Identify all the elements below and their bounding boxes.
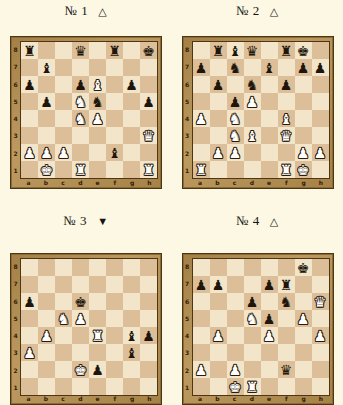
square-c5 <box>227 310 244 327</box>
white-pawn: ♟ <box>91 112 104 126</box>
black-pawn: ♟ <box>23 78 36 92</box>
square-d1 <box>244 161 261 178</box>
square-h7: ♟ <box>312 59 329 76</box>
square-b8: ♜ <box>210 42 227 59</box>
square-g5: ♟ <box>295 310 312 327</box>
black-knight: ♞ <box>280 295 293 309</box>
square-c8 <box>227 259 244 276</box>
black-pawn: ♟ <box>229 95 242 109</box>
black-knight: ♞ <box>229 61 242 75</box>
square-b4 <box>38 110 55 127</box>
square-h5 <box>140 310 157 327</box>
square-e7: ♟ <box>261 276 278 293</box>
square-h2 <box>140 144 157 161</box>
white-pawn: ♟ <box>57 146 70 160</box>
square-f2: ♛ <box>278 361 295 378</box>
square-a1 <box>193 378 210 395</box>
square-b3 <box>210 127 227 144</box>
square-b2: ♟ <box>210 144 227 161</box>
file-label-d: d <box>243 178 260 188</box>
square-d2: ♚ <box>72 361 89 378</box>
square-d6: ♟ <box>72 76 89 93</box>
square-f8: ♜ <box>106 42 123 59</box>
square-e6 <box>89 293 106 310</box>
square-b5: ♟ <box>38 93 55 110</box>
square-a6: ♟ <box>21 76 38 93</box>
square-d3: ♝ <box>244 127 261 144</box>
square-g1 <box>123 161 140 178</box>
square-f7: ♜ <box>278 276 295 293</box>
square-f2 <box>278 144 295 161</box>
square-h3: ♛ <box>140 127 157 144</box>
diagram-3-label: № 3 ▼ <box>63 213 108 229</box>
black-rook: ♜ <box>280 44 293 58</box>
white-pawn: ♟ <box>229 146 242 160</box>
square-a6 <box>193 76 210 93</box>
square-c3 <box>55 127 72 144</box>
square-f1 <box>106 161 123 178</box>
rank-label-6: 6 <box>11 76 20 93</box>
square-f6 <box>106 293 123 310</box>
square-h4: ♟ <box>140 327 157 344</box>
square-a5 <box>21 93 38 110</box>
white-knight: ♞ <box>74 112 87 126</box>
square-d1 <box>72 378 89 395</box>
square-b3 <box>38 127 55 144</box>
square-c4 <box>55 110 72 127</box>
square-a1 <box>21 378 38 395</box>
white-knight: ♞ <box>229 112 242 126</box>
square-b2 <box>38 361 55 378</box>
black-bishop: ♝ <box>40 61 53 75</box>
white-pawn: ♟ <box>263 329 276 343</box>
square-g4 <box>295 327 312 344</box>
board-grid: ♜♛♜♚♝♟♟♝♟♟♞♞♟♞♟♛♟♟♟♝♚♜♜ <box>20 41 158 179</box>
square-g2 <box>123 144 140 161</box>
square-b2: ♟ <box>38 144 55 161</box>
rank-label-4: 4 <box>183 110 192 127</box>
square-f4 <box>106 110 123 127</box>
square-h4: ♟ <box>312 327 329 344</box>
square-g3 <box>295 127 312 144</box>
black-bishop: ♝ <box>125 346 138 360</box>
square-c5: ♞ <box>55 310 72 327</box>
square-f4 <box>278 327 295 344</box>
square-a7 <box>21 276 38 293</box>
chess-board-2: 87654321 abcdefgh ♜♝♛♜♚♟♞♝♟♟♟♞♟♟♟♟♞♝♞♝♛♟… <box>182 36 334 189</box>
square-e2 <box>89 144 106 161</box>
diagram-4-number: № 4 <box>236 213 260 229</box>
white-rook: ♜ <box>74 163 87 177</box>
square-c8 <box>55 42 72 59</box>
white-pawn: ♟ <box>40 146 53 160</box>
rank-label-4: 4 <box>11 327 20 344</box>
rank-label-1: 1 <box>183 379 192 396</box>
chess-board-3: 87654321 abcdefgh ♟♚♞♟♟♜♝♟♟♝♚♟ <box>10 253 162 405</box>
white-king: ♚ <box>74 363 87 377</box>
square-f5 <box>106 310 123 327</box>
square-g3 <box>123 127 140 144</box>
white-pawn: ♟ <box>195 363 208 377</box>
square-d2 <box>72 144 89 161</box>
square-h8 <box>140 259 157 276</box>
square-f3 <box>278 344 295 361</box>
white-rook: ♜ <box>142 163 155 177</box>
rank-label-2: 2 <box>183 362 192 379</box>
file-label-h: h <box>141 178 158 188</box>
square-f6: ♟ <box>278 76 295 93</box>
white-pawn: ♟ <box>23 346 36 360</box>
square-d3 <box>72 344 89 361</box>
white-knight: ♞ <box>246 312 259 326</box>
square-a8 <box>193 259 210 276</box>
black-king: ♚ <box>142 44 155 58</box>
square-h7 <box>140 59 157 76</box>
square-h5: ♟ <box>140 93 157 110</box>
white-pawn: ♟ <box>314 329 327 343</box>
rank-label-6: 6 <box>183 293 192 310</box>
square-c5: ♟ <box>227 93 244 110</box>
white-bishop: ♝ <box>280 112 293 126</box>
rank-label-4: 4 <box>11 110 20 127</box>
square-d4 <box>244 327 261 344</box>
square-g4 <box>123 110 140 127</box>
square-d6: ♚ <box>72 293 89 310</box>
diagram-1-number: № 1 <box>65 3 89 19</box>
square-e5 <box>89 310 106 327</box>
black-pawn: ♟ <box>195 278 208 292</box>
white-rook: ♜ <box>91 329 104 343</box>
black-pawn: ♟ <box>40 95 53 109</box>
rank-label-6: 6 <box>11 293 20 310</box>
white-queen: ♛ <box>314 295 327 309</box>
square-g8: ♚ <box>295 259 312 276</box>
rank-label-3: 3 <box>183 344 192 361</box>
white-pawn: ♟ <box>40 329 53 343</box>
square-c7 <box>55 59 72 76</box>
rank-label-2: 2 <box>183 145 192 162</box>
square-f1 <box>106 378 123 395</box>
square-f5 <box>278 93 295 110</box>
square-b5 <box>210 93 227 110</box>
rank-label-8: 8 <box>183 258 192 275</box>
square-f5 <box>106 93 123 110</box>
rank-label-5: 5 <box>11 310 20 327</box>
square-e6: ♝ <box>89 76 106 93</box>
square-c4: ♞ <box>227 110 244 127</box>
square-h1 <box>312 161 329 178</box>
square-g1 <box>123 378 140 395</box>
square-f7 <box>106 276 123 293</box>
square-d8: ♛ <box>244 42 261 59</box>
square-f3: ♛ <box>278 127 295 144</box>
rank-label-8: 8 <box>183 41 192 58</box>
square-h2: ♟ <box>312 144 329 161</box>
white-pawn: ♟ <box>297 146 310 160</box>
rank-label-1: 1 <box>183 162 192 179</box>
black-pawn: ♟ <box>314 61 327 75</box>
square-d3 <box>72 127 89 144</box>
square-c8 <box>55 259 72 276</box>
black-knight: ♞ <box>91 95 104 109</box>
square-b1: ♚ <box>38 161 55 178</box>
file-label-b: b <box>209 178 226 188</box>
white-pawn: ♟ <box>229 363 242 377</box>
square-d7 <box>72 59 89 76</box>
square-f3 <box>106 344 123 361</box>
square-c2 <box>55 361 72 378</box>
square-f2: ♝ <box>106 144 123 161</box>
file-label-h: h <box>312 178 329 188</box>
square-g6 <box>123 293 140 310</box>
rank-label-5: 5 <box>11 93 20 110</box>
square-e4 <box>261 110 278 127</box>
square-f4: ♝ <box>278 110 295 127</box>
square-g7 <box>123 276 140 293</box>
board-grid: ♚♟♟♟♜♟♞♛♞♟♟♟♟♟♟♟♛♚♜ <box>192 258 330 396</box>
square-c2: ♟ <box>55 144 72 161</box>
diagram-2-label: № 2 △ <box>236 3 279 19</box>
square-g7 <box>123 59 140 76</box>
square-f8 <box>106 259 123 276</box>
black-pawn: ♟ <box>23 295 36 309</box>
square-e1 <box>261 161 278 178</box>
square-d1: ♜ <box>244 378 261 395</box>
square-d2 <box>244 361 261 378</box>
square-e7 <box>89 276 106 293</box>
square-c1: ♚ <box>227 378 244 395</box>
diagram-3-number: № 3 <box>63 213 87 229</box>
white-king: ♚ <box>229 380 242 394</box>
white-pawn: ♟ <box>314 146 327 160</box>
file-label-g: g <box>124 178 141 188</box>
square-d8 <box>72 259 89 276</box>
square-e3 <box>89 127 106 144</box>
square-b6 <box>210 293 227 310</box>
square-h7 <box>140 276 157 293</box>
square-a7: ♟ <box>193 59 210 76</box>
square-e7: ♝ <box>261 59 278 76</box>
square-e6 <box>261 293 278 310</box>
rank-label-1: 1 <box>11 162 20 179</box>
rank-label-1: 1 <box>11 379 20 396</box>
board-grid: ♟♚♞♟♟♜♝♟♟♝♚♟ <box>20 258 158 396</box>
square-c7: ♞ <box>227 59 244 76</box>
square-d7 <box>244 276 261 293</box>
white-rook: ♜ <box>280 163 293 177</box>
square-b8 <box>38 42 55 59</box>
file-label-e: e <box>89 178 106 188</box>
square-b2 <box>210 361 227 378</box>
square-e3 <box>89 344 106 361</box>
square-d5: ♟ <box>244 93 261 110</box>
square-e2: ♟ <box>89 361 106 378</box>
square-d6: ♟ <box>244 293 261 310</box>
black-knight: ♞ <box>246 78 259 92</box>
square-e2 <box>261 361 278 378</box>
square-d2 <box>244 144 261 161</box>
rank-labels: 87654321 <box>183 41 192 179</box>
square-d3 <box>244 344 261 361</box>
square-g1 <box>295 378 312 395</box>
chess-board-4: 87654321 abcdefgh ♚♟♟♟♜♟♞♛♞♟♟♟♟♟♟♟♛♚♜ <box>182 253 334 405</box>
file-labels: abcdefgh <box>192 178 330 188</box>
rank-label-2: 2 <box>11 362 20 379</box>
diagram-1-label: № 1 △ <box>65 3 108 19</box>
square-h5 <box>312 310 329 327</box>
square-g3: ♝ <box>123 344 140 361</box>
square-g6 <box>295 293 312 310</box>
square-g4: ♝ <box>123 327 140 344</box>
square-e7 <box>89 59 106 76</box>
rank-label-5: 5 <box>183 93 192 110</box>
square-g2 <box>295 361 312 378</box>
square-f8 <box>278 259 295 276</box>
square-d7 <box>72 276 89 293</box>
square-c7 <box>227 276 244 293</box>
file-label-e: e <box>261 178 278 188</box>
square-e1 <box>89 378 106 395</box>
square-a3: ♟ <box>21 344 38 361</box>
file-label-c: c <box>226 178 243 188</box>
rank-label-7: 7 <box>183 275 192 292</box>
square-b1 <box>38 378 55 395</box>
square-f7 <box>106 59 123 76</box>
black-rook: ♜ <box>108 44 121 58</box>
square-f6: ♞ <box>278 293 295 310</box>
black-pawn: ♟ <box>263 312 276 326</box>
rank-label-7: 7 <box>183 58 192 75</box>
file-label-a: a <box>192 178 209 188</box>
file-label-g: g <box>295 178 312 188</box>
file-label-d: d <box>72 178 89 188</box>
rank-label-3: 3 <box>11 127 20 144</box>
square-g7: ♟ <box>295 59 312 76</box>
square-c2: ♟ <box>227 361 244 378</box>
square-h1: ♜ <box>140 161 157 178</box>
square-d8 <box>244 259 261 276</box>
square-c2: ♟ <box>227 144 244 161</box>
square-g4 <box>295 110 312 127</box>
square-a4 <box>193 327 210 344</box>
square-c1 <box>55 378 72 395</box>
square-g8: ♚ <box>295 42 312 59</box>
black-bishop: ♝ <box>229 44 242 58</box>
square-e4: ♜ <box>89 327 106 344</box>
square-a6: ♟ <box>21 293 38 310</box>
white-queen: ♛ <box>142 129 155 143</box>
rank-labels: 87654321 <box>183 258 192 396</box>
rank-label-5: 5 <box>183 310 192 327</box>
square-b3 <box>210 344 227 361</box>
square-d6: ♞ <box>244 76 261 93</box>
rank-label-8: 8 <box>11 41 20 58</box>
square-h8 <box>312 42 329 59</box>
square-g2 <box>123 361 140 378</box>
file-label-a: a <box>20 178 37 188</box>
square-h4 <box>140 110 157 127</box>
square-a2: ♟ <box>21 144 38 161</box>
square-g8 <box>123 42 140 59</box>
black-pawn: ♟ <box>297 61 310 75</box>
square-b7: ♝ <box>38 59 55 76</box>
square-g6 <box>295 76 312 93</box>
square-b4: ♟ <box>210 327 227 344</box>
square-f2 <box>106 361 123 378</box>
file-labels: abcdefgh <box>20 178 158 188</box>
square-g5 <box>295 93 312 110</box>
rank-labels: 87654321 <box>11 258 20 396</box>
file-label-b: b <box>37 178 54 188</box>
black-pawn: ♟ <box>142 329 155 343</box>
white-pawn: ♟ <box>23 146 36 160</box>
square-a3 <box>21 127 38 144</box>
square-c8: ♝ <box>227 42 244 59</box>
square-b4 <box>210 110 227 127</box>
diagram-4-panel: № 4 △ 87654321 abcdefgh ♚♟♟♟♜♟♞♛♞♟♟♟♟♟♟♟… <box>172 202 343 405</box>
square-f1: ♜ <box>278 161 295 178</box>
square-e3 <box>261 127 278 144</box>
square-d5: ♟ <box>72 310 89 327</box>
rank-label-6: 6 <box>183 76 192 93</box>
black-queen: ♛ <box>280 363 293 377</box>
black-pawn: ♟ <box>246 295 259 309</box>
square-d8: ♛ <box>72 42 89 59</box>
square-a2 <box>21 361 38 378</box>
square-c5 <box>55 93 72 110</box>
square-e8 <box>261 42 278 59</box>
square-b1 <box>210 161 227 178</box>
square-g5 <box>123 93 140 110</box>
square-g2: ♟ <box>295 144 312 161</box>
square-h1 <box>312 378 329 395</box>
square-b7 <box>38 276 55 293</box>
square-a5 <box>193 93 210 110</box>
square-g5 <box>123 310 140 327</box>
square-f4 <box>106 327 123 344</box>
white-knight: ♞ <box>74 95 87 109</box>
square-h1 <box>140 378 157 395</box>
white-rook: ♜ <box>195 163 208 177</box>
square-c6 <box>227 293 244 310</box>
white-pawn: ♟ <box>297 312 310 326</box>
white-to-move-icon: △ <box>270 216 279 227</box>
puzzle-sheet: № 1 △ 87654321 abcdefgh ♜♛♜♚♝♟♟♝♟♟♞♞♟♞♟♛… <box>0 0 343 405</box>
square-e8 <box>261 259 278 276</box>
square-h6 <box>312 76 329 93</box>
diagram-2-number: № 2 <box>236 3 260 19</box>
square-a4: ♟ <box>193 110 210 127</box>
square-h6: ♛ <box>312 293 329 310</box>
black-king: ♚ <box>74 295 87 309</box>
square-a8 <box>21 259 38 276</box>
square-h3 <box>312 344 329 361</box>
white-king: ♚ <box>297 163 310 177</box>
white-to-move-icon: △ <box>270 6 279 17</box>
square-f7 <box>278 59 295 76</box>
diagram-3-panel: № 3 ▼ 87654321 abcdefgh ♟♚♞♟♟♜♝♟♟♝♚♟ <box>0 202 172 405</box>
square-e8 <box>89 259 106 276</box>
square-a7 <box>21 59 38 76</box>
black-pawn: ♟ <box>195 61 208 75</box>
square-e5: ♟ <box>261 310 278 327</box>
square-b1 <box>210 378 227 395</box>
diagram-1-panel: № 1 △ 87654321 abcdefgh ♜♛♜♚♝♟♟♝♟♟♞♞♟♞♟♛… <box>0 0 172 202</box>
square-f5 <box>278 310 295 327</box>
black-queen: ♛ <box>246 44 259 58</box>
square-h8 <box>312 259 329 276</box>
rank-labels: 87654321 <box>11 41 20 179</box>
